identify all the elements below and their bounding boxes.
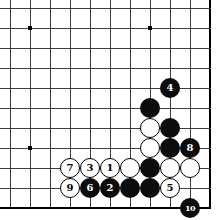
stone-O2: 2 <box>100 178 120 198</box>
stone-Q4 <box>140 138 160 158</box>
stone-number-label: 2 <box>107 183 114 193</box>
stone-S3 <box>180 158 200 178</box>
stone-Q6 <box>140 98 160 118</box>
stone-R4 <box>160 138 180 158</box>
stone-number-label: 10 <box>185 204 195 212</box>
stone-S1: 10 <box>180 198 200 218</box>
stone-number-label: 6 <box>87 183 94 193</box>
stone-N2: 6 <box>80 178 100 198</box>
stone-number-label: 9 <box>67 183 74 193</box>
stone-R5 <box>160 118 180 138</box>
stone-Q3 <box>140 158 160 178</box>
stone-M2: 9 <box>60 178 80 198</box>
stone-Q5 <box>140 118 160 138</box>
stone-M3: 7 <box>60 158 80 178</box>
stone-S4: 8 <box>180 138 200 158</box>
stone-number-label: 7 <box>67 163 74 173</box>
stone-O3: 1 <box>100 158 120 178</box>
stone-P3 <box>120 158 140 178</box>
stone-number-label: 8 <box>187 143 194 153</box>
stone-R7: 4 <box>160 78 180 98</box>
stone-N3: 3 <box>80 158 100 178</box>
stone-number-label: 3 <box>87 163 94 173</box>
stone-number-label: 1 <box>107 163 114 173</box>
stone-P2 <box>120 178 140 198</box>
stone-number-label: 5 <box>167 183 174 193</box>
go-board-diagram: 48731962510 <box>0 0 220 220</box>
stone-R3 <box>160 158 180 178</box>
stones-grid: 48731962510 <box>0 0 220 218</box>
stone-R2: 5 <box>160 178 180 198</box>
go-board: 48731962510 <box>0 0 220 220</box>
stone-Q2 <box>140 178 160 198</box>
stone-number-label: 4 <box>167 83 174 93</box>
